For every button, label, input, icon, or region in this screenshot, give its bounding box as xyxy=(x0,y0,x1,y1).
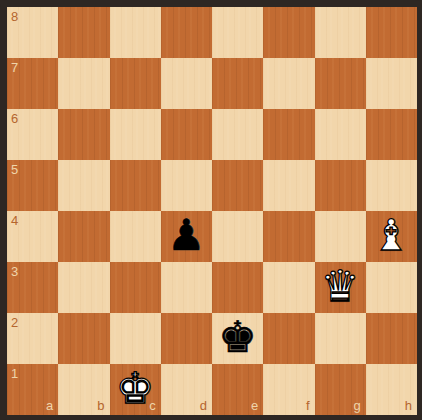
square-h4[interactable]: ♝ xyxy=(366,211,417,262)
square-c1[interactable]: c♚ xyxy=(110,364,161,415)
square-a3[interactable]: 3 xyxy=(7,262,58,313)
rank-label-2: 2 xyxy=(11,316,18,329)
square-g8[interactable] xyxy=(315,7,366,58)
square-e5[interactable] xyxy=(212,160,263,211)
square-b1[interactable]: b xyxy=(58,364,109,415)
square-c7[interactable] xyxy=(110,58,161,109)
square-a7[interactable]: 7 xyxy=(7,58,58,109)
square-d8[interactable] xyxy=(161,7,212,58)
file-label-h: h xyxy=(405,399,412,412)
square-f4[interactable] xyxy=(263,211,314,262)
square-b6[interactable] xyxy=(58,109,109,160)
square-b2[interactable] xyxy=(58,313,109,364)
square-c4[interactable] xyxy=(110,211,161,262)
black-king[interactable]: ♚ xyxy=(218,316,257,359)
file-label-d: d xyxy=(200,399,207,412)
file-label-g: g xyxy=(354,399,361,412)
square-b8[interactable] xyxy=(58,7,109,58)
square-e2[interactable]: ♚ xyxy=(212,313,263,364)
square-c5[interactable] xyxy=(110,160,161,211)
square-f6[interactable] xyxy=(263,109,314,160)
square-f1[interactable]: f xyxy=(263,364,314,415)
file-label-a: a xyxy=(46,399,53,412)
rank-label-4: 4 xyxy=(11,214,18,227)
square-g7[interactable] xyxy=(315,58,366,109)
square-h2[interactable] xyxy=(366,313,417,364)
square-f3[interactable] xyxy=(263,262,314,313)
square-a8[interactable]: 8 xyxy=(7,7,58,58)
square-d4[interactable]: ♟ xyxy=(161,211,212,262)
chess-board: 87654♟♝3♛2♚1abc♚defgh xyxy=(0,0,422,420)
square-a6[interactable]: 6 xyxy=(7,109,58,160)
square-g4[interactable] xyxy=(315,211,366,262)
square-b4[interactable] xyxy=(58,211,109,262)
square-d6[interactable] xyxy=(161,109,212,160)
square-h3[interactable] xyxy=(366,262,417,313)
rank-label-8: 8 xyxy=(11,10,18,23)
square-c2[interactable] xyxy=(110,313,161,364)
square-a1[interactable]: 1a xyxy=(7,364,58,415)
square-g1[interactable]: g xyxy=(315,364,366,415)
square-g5[interactable] xyxy=(315,160,366,211)
square-e4[interactable] xyxy=(212,211,263,262)
square-d5[interactable] xyxy=(161,160,212,211)
file-label-e: e xyxy=(251,399,258,412)
square-f8[interactable] xyxy=(263,7,314,58)
file-label-f: f xyxy=(306,399,310,412)
square-d3[interactable] xyxy=(161,262,212,313)
square-e6[interactable] xyxy=(212,109,263,160)
file-label-b: b xyxy=(97,399,104,412)
rank-label-5: 5 xyxy=(11,163,18,176)
square-b7[interactable] xyxy=(58,58,109,109)
square-f2[interactable] xyxy=(263,313,314,364)
white-queen[interactable]: ♛ xyxy=(321,265,360,308)
square-e3[interactable] xyxy=(212,262,263,313)
square-h8[interactable] xyxy=(366,7,417,58)
rank-label-1: 1 xyxy=(11,367,18,380)
square-h7[interactable] xyxy=(366,58,417,109)
square-b3[interactable] xyxy=(58,262,109,313)
square-h6[interactable] xyxy=(366,109,417,160)
square-h5[interactable] xyxy=(366,160,417,211)
square-c8[interactable] xyxy=(110,7,161,58)
rank-label-7: 7 xyxy=(11,61,18,74)
square-g2[interactable] xyxy=(315,313,366,364)
square-a5[interactable]: 5 xyxy=(7,160,58,211)
black-pawn[interactable]: ♟ xyxy=(167,214,206,257)
square-g3[interactable]: ♛ xyxy=(315,262,366,313)
square-e8[interactable] xyxy=(212,7,263,58)
square-f5[interactable] xyxy=(263,160,314,211)
square-d2[interactable] xyxy=(161,313,212,364)
square-c6[interactable] xyxy=(110,109,161,160)
rank-label-6: 6 xyxy=(11,112,18,125)
square-g6[interactable] xyxy=(315,109,366,160)
board-grid: 87654♟♝3♛2♚1abc♚defgh xyxy=(7,7,417,415)
square-e7[interactable] xyxy=(212,58,263,109)
square-d1[interactable]: d xyxy=(161,364,212,415)
white-king[interactable]: ♚ xyxy=(116,367,155,410)
square-a4[interactable]: 4 xyxy=(7,211,58,262)
square-a2[interactable]: 2 xyxy=(7,313,58,364)
square-b5[interactable] xyxy=(58,160,109,211)
rank-label-3: 3 xyxy=(11,265,18,278)
square-h1[interactable]: h xyxy=(366,364,417,415)
square-e1[interactable]: e xyxy=(212,364,263,415)
square-c3[interactable] xyxy=(110,262,161,313)
square-f7[interactable] xyxy=(263,58,314,109)
square-d7[interactable] xyxy=(161,58,212,109)
white-bishop[interactable]: ♝ xyxy=(372,214,411,257)
